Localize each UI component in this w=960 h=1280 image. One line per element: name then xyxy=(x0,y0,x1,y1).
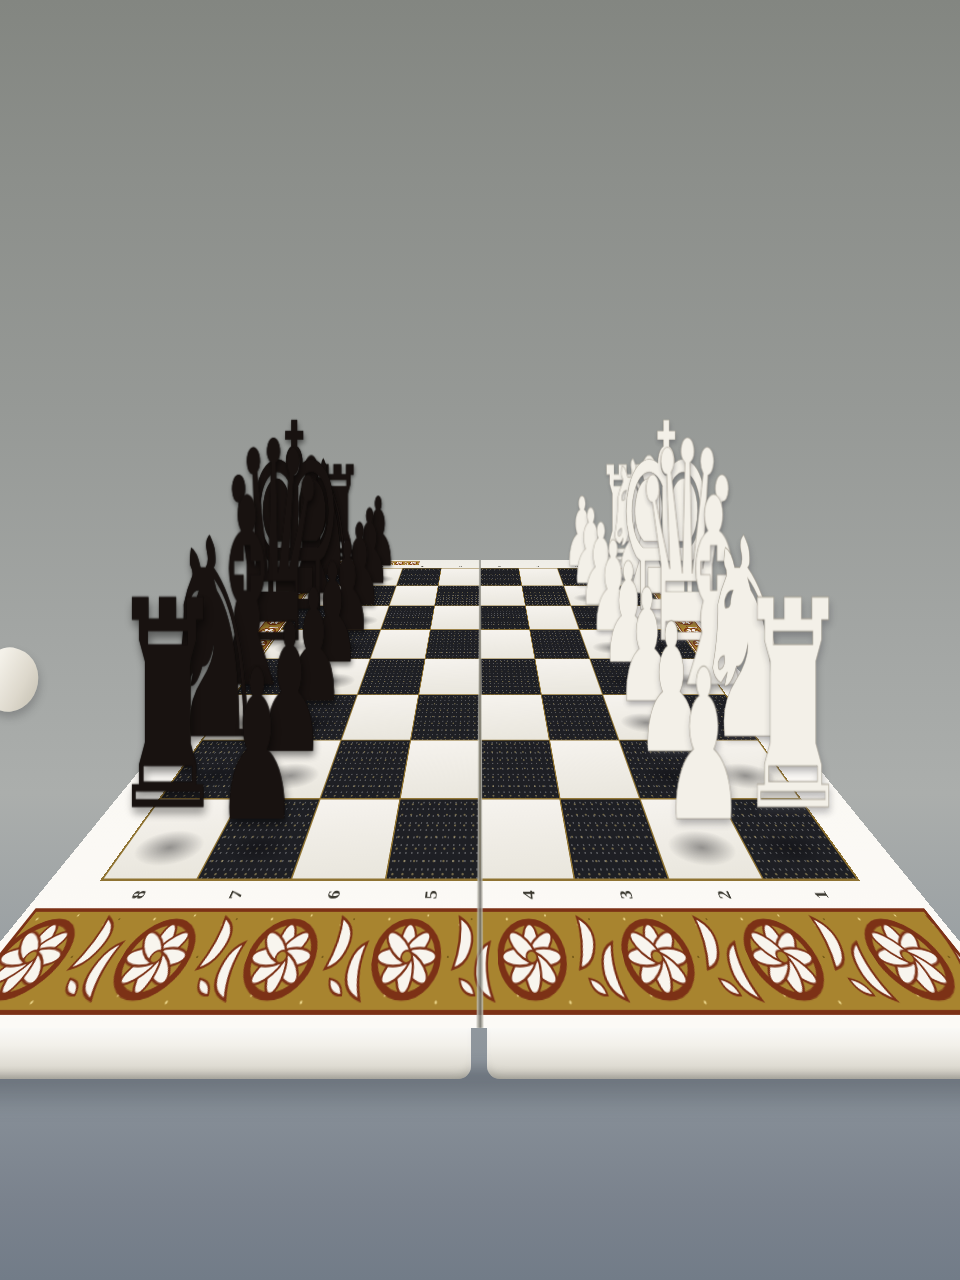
square-e4[interactable] xyxy=(480,630,534,659)
rank-label: 8 xyxy=(126,890,152,899)
rank-label: 1 xyxy=(612,566,617,567)
rank-label-near-1: 1 xyxy=(766,883,879,907)
rank-label: 2 xyxy=(574,566,579,567)
square-b4[interactable] xyxy=(481,740,560,798)
piece-white-rook-a1[interactable]: ♜ xyxy=(736,564,850,851)
rank-label: 3 xyxy=(535,566,540,567)
rank-label-near-3: 3 xyxy=(575,883,679,907)
rank-label-near-6: 6 xyxy=(281,883,385,907)
square-f3[interactable] xyxy=(526,606,579,630)
rank-label-near-5: 5 xyxy=(380,883,480,907)
rank-label-near-2: 2 xyxy=(671,883,779,907)
square-g6[interactable] xyxy=(390,586,438,606)
square-a4[interactable] xyxy=(481,800,574,879)
square-h5[interactable] xyxy=(439,568,480,585)
square-d6[interactable] xyxy=(358,659,425,694)
rank-label: 7 xyxy=(381,566,386,567)
square-h6[interactable] xyxy=(397,568,441,585)
piece-black-pawn-a7[interactable]: ♟ xyxy=(215,642,298,851)
square-a5[interactable] xyxy=(387,800,480,879)
rank-label-near-8: 8 xyxy=(81,883,194,907)
rank-label: 8 xyxy=(342,566,347,567)
rank-label: 6 xyxy=(322,890,344,899)
piece-black-rook-a8[interactable]: ♜ xyxy=(111,564,225,851)
square-f5[interactable] xyxy=(431,606,480,630)
rank-label: 5 xyxy=(458,566,463,567)
rank-label-near-7: 7 xyxy=(181,883,289,907)
square-g4[interactable] xyxy=(480,586,525,606)
square-c5[interactable] xyxy=(411,695,479,740)
rank-label: 4 xyxy=(518,890,539,899)
square-c4[interactable] xyxy=(481,695,549,740)
rank-label: 2 xyxy=(712,890,736,899)
square-h4[interactable] xyxy=(480,568,521,585)
square-f6[interactable] xyxy=(381,606,434,630)
square-g5[interactable] xyxy=(435,586,480,606)
perspective-scene: 87654321 87654321 ♜♟♟♜♞♟♟♞♝♟♟♝♚♟♟♚♛♟♟♛♝♟… xyxy=(0,0,960,1280)
square-h3[interactable] xyxy=(519,568,563,585)
square-e3[interactable] xyxy=(530,630,589,659)
square-e6[interactable] xyxy=(371,630,430,659)
rank-label: 5 xyxy=(421,890,442,899)
rank-label: 3 xyxy=(615,890,637,899)
piece-white-pawn-a2[interactable]: ♟ xyxy=(662,642,745,851)
square-f4[interactable] xyxy=(480,606,529,630)
square-d5[interactable] xyxy=(419,659,479,694)
rank-label: 7 xyxy=(224,890,248,899)
chess-board: 87654321 87654321 ♜♟♟♜♞♟♟♞♝♟♟♝♚♟♟♚♛♟♟♛♝♟… xyxy=(0,560,960,1028)
square-e5[interactable] xyxy=(426,630,480,659)
square-g3[interactable] xyxy=(522,586,570,606)
rank-label-near-4: 4 xyxy=(480,883,580,907)
square-b5[interactable] xyxy=(401,740,480,798)
rank-label: 6 xyxy=(420,566,425,567)
square-d4[interactable] xyxy=(480,659,540,694)
rank-label: 1 xyxy=(808,890,834,899)
rank-label: 4 xyxy=(497,566,502,567)
photo-scene: 87654321 87654321 ♜♟♟♜♞♟♟♞♝♟♟♝♚♟♟♚♛♟♟♛♝♟… xyxy=(0,0,960,1280)
